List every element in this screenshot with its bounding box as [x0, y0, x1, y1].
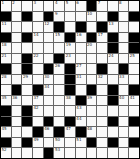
clue-number-29: 29	[23, 75, 28, 80]
cell-r11c1	[1, 106, 11, 116]
cell-r9c8[interactable]	[76, 85, 86, 95]
cell-r6c7[interactable]: 23	[65, 54, 75, 64]
cell-r5c6[interactable]	[54, 43, 64, 53]
cell-r8c6[interactable]	[54, 75, 64, 85]
clue-number-39: 39	[87, 96, 92, 101]
cell-r13c2[interactable]	[12, 127, 22, 137]
cell-r4c7	[65, 33, 75, 43]
clue-number-8: 8	[119, 1, 122, 6]
cell-r7c10	[97, 64, 107, 74]
cell-r15c11[interactable]	[108, 148, 118, 158]
cell-r10c2[interactable]: 36	[12, 96, 22, 106]
cell-r13c13[interactable]	[129, 127, 139, 137]
cell-r7c11[interactable]	[108, 64, 118, 74]
clue-number-52: 52	[2, 148, 7, 153]
cell-r6c10[interactable]	[97, 54, 107, 64]
cell-r15c5	[44, 148, 54, 158]
cell-r14c3	[22, 138, 32, 148]
cell-r11c8[interactable]: 43	[76, 106, 86, 116]
cell-r3c2[interactable]	[12, 22, 22, 32]
cell-r5c12[interactable]	[119, 43, 129, 53]
cell-r10c6[interactable]	[54, 96, 64, 106]
cell-r12c8[interactable]: 44	[76, 117, 86, 127]
cell-r1c4[interactable]: 3	[33, 1, 43, 11]
cell-r8c13[interactable]	[129, 75, 139, 85]
cell-r8c1[interactable]: 28	[1, 75, 11, 85]
cell-r8c2[interactable]	[12, 75, 22, 85]
cell-r12c5	[44, 117, 54, 127]
cell-r2c4[interactable]	[33, 12, 43, 22]
clue-number-40: 40	[119, 96, 124, 101]
cell-r5c1[interactable]: 18	[1, 43, 11, 53]
cell-r11c13[interactable]	[129, 106, 139, 116]
cell-r4c9	[87, 33, 97, 43]
cell-r3c10	[97, 22, 107, 32]
cell-r12c7	[65, 117, 75, 127]
cell-r10c4[interactable]: 37	[33, 96, 43, 106]
cell-r15c3[interactable]	[22, 148, 32, 158]
cell-r13c11[interactable]	[108, 127, 118, 137]
cell-r2c3	[22, 12, 32, 22]
cell-r6c8[interactable]	[76, 54, 86, 64]
cell-r15c10[interactable]	[97, 148, 107, 158]
cell-r10c3[interactable]	[22, 96, 32, 106]
clue-number-44: 44	[76, 117, 81, 122]
cell-r12c11	[108, 117, 118, 127]
cell-r9c11	[108, 85, 118, 95]
clue-number-47: 47	[66, 127, 71, 132]
cell-r9c9	[87, 85, 97, 95]
cell-r10c8	[76, 96, 86, 106]
clue-number-14: 14	[34, 33, 39, 38]
clue-number-48: 48	[87, 127, 92, 132]
clue-number-37: 37	[34, 96, 39, 101]
clue-number-50: 50	[55, 138, 60, 143]
cell-r5c3[interactable]	[22, 43, 32, 53]
cell-r6c6	[54, 54, 64, 64]
cell-r10c11	[108, 96, 118, 106]
cell-r7c13[interactable]	[129, 64, 139, 74]
cell-r14c1	[1, 138, 11, 148]
cell-r5c13	[129, 43, 139, 53]
cell-r8c8[interactable]: 31	[76, 75, 86, 85]
clue-number-36: 36	[12, 96, 17, 101]
clue-number-27: 27	[76, 64, 81, 69]
cell-r8c7	[65, 75, 75, 85]
cell-r15c9[interactable]	[87, 148, 97, 158]
cell-r9c5[interactable]: 34	[44, 85, 54, 95]
clue-number-49: 49	[34, 138, 39, 143]
cell-r4c2[interactable]	[12, 33, 22, 43]
clue-number-25: 25	[130, 54, 135, 59]
cell-r9c1[interactable]	[1, 85, 11, 95]
cell-r1c1[interactable]: 1	[1, 1, 11, 11]
cell-r5c4[interactable]	[33, 43, 43, 53]
cell-r7c1	[1, 64, 11, 74]
cell-r4c5[interactable]	[44, 33, 54, 43]
clue-number-26: 26	[55, 64, 60, 69]
cell-r12c4[interactable]	[33, 117, 43, 127]
clue-number-32: 32	[98, 75, 103, 80]
cell-r2c9[interactable]: 10	[87, 12, 97, 22]
cell-r13c4	[33, 127, 43, 137]
clue-number-7: 7	[98, 1, 101, 6]
clue-number-51: 51	[76, 138, 81, 143]
cell-r4c12[interactable]	[119, 33, 129, 43]
cell-r14c6[interactable]: 50	[54, 138, 64, 148]
cell-r9c10[interactable]	[97, 85, 107, 95]
cell-r2c1	[1, 12, 11, 22]
cell-r8c10[interactable]: 32	[97, 75, 107, 85]
cell-r14c7[interactable]	[65, 138, 75, 148]
cell-r7c6[interactable]: 26	[54, 64, 64, 74]
cell-r1c12[interactable]: 8	[119, 1, 129, 11]
cell-r14c8[interactable]: 51	[76, 138, 86, 148]
cell-r13c7[interactable]: 47	[65, 127, 75, 137]
cell-r12c10[interactable]	[97, 117, 107, 127]
cell-r1c2[interactable]: 2	[12, 1, 22, 11]
cell-r12c9[interactable]	[87, 117, 97, 127]
cell-r1c6[interactable]: 4	[54, 1, 64, 11]
cell-r8c9[interactable]	[87, 75, 97, 85]
cell-r13c1[interactable]: 45	[1, 127, 11, 137]
cell-r7c2[interactable]	[12, 64, 22, 74]
cell-r11c9[interactable]	[87, 106, 97, 116]
clue-number-13: 13	[108, 22, 113, 27]
cell-r4c6[interactable]: 15	[54, 33, 64, 43]
cell-r11c4[interactable]: 42	[33, 106, 43, 116]
clue-number-9: 9	[55, 12, 58, 17]
cell-r14c5[interactable]	[44, 138, 54, 148]
clue-number-6: 6	[76, 1, 79, 6]
cell-r9c12[interactable]	[119, 85, 129, 95]
cell-r14c13	[129, 138, 139, 148]
cell-r3c6	[54, 22, 64, 32]
cell-r4c4[interactable]: 14	[33, 33, 43, 43]
cell-r15c4[interactable]	[33, 148, 43, 158]
cell-r12c2[interactable]	[12, 117, 22, 127]
cell-r7c12	[119, 64, 129, 74]
cell-r2c8[interactable]	[76, 12, 86, 22]
cell-r4c8[interactable]: 16	[76, 33, 86, 43]
cell-r6c13[interactable]: 25	[129, 54, 139, 64]
cell-r10c12[interactable]: 40	[119, 96, 129, 106]
cell-r13c9[interactable]: 48	[87, 127, 97, 137]
clue-number-21: 21	[2, 54, 7, 59]
cell-r12c3	[22, 117, 32, 127]
clue-number-16: 16	[76, 33, 81, 38]
cell-r13c6	[54, 127, 64, 137]
cell-r14c12[interactable]	[119, 138, 129, 148]
cell-r13c8	[76, 127, 86, 137]
clue-number-20: 20	[87, 43, 92, 48]
clue-number-31: 31	[76, 75, 81, 80]
cell-r2c6[interactable]: 9	[54, 12, 64, 22]
cell-r10c9[interactable]: 39	[87, 96, 97, 106]
cell-r3c11[interactable]: 13	[108, 22, 118, 32]
clue-number-41: 41	[130, 96, 135, 101]
cell-r3c12[interactable]	[119, 22, 129, 32]
cell-r6c1[interactable]: 21	[1, 54, 11, 64]
cell-r3c3[interactable]	[22, 22, 32, 32]
cell-r4c13	[129, 33, 139, 43]
cell-r2c2[interactable]	[12, 12, 22, 22]
clue-number-5: 5	[66, 1, 69, 6]
cell-r1c13[interactable]	[129, 1, 139, 11]
cell-r2c7[interactable]	[65, 12, 75, 22]
cell-r13c12[interactable]	[119, 127, 129, 137]
cell-r7c3	[22, 64, 32, 74]
cell-r1c5[interactable]	[44, 1, 54, 11]
cell-r14c4[interactable]: 49	[33, 138, 43, 148]
cell-r6c2[interactable]	[12, 54, 22, 64]
cell-r10c5[interactable]	[44, 96, 54, 106]
cell-r3c5[interactable]: 12	[44, 22, 54, 32]
cell-r6c5[interactable]	[44, 54, 54, 64]
cell-r10c10[interactable]	[97, 96, 107, 106]
cell-r5c7[interactable]: 19	[65, 43, 75, 53]
cell-r3c13[interactable]	[129, 22, 139, 32]
cell-r8c4[interactable]	[33, 75, 43, 85]
cell-r15c13[interactable]	[129, 148, 139, 158]
cell-r4c3	[22, 33, 32, 43]
cell-r4c10[interactable]: 17	[97, 33, 107, 43]
cell-r1c7[interactable]: 5	[65, 1, 75, 11]
clue-number-11: 11	[2, 22, 7, 27]
cell-r1c10[interactable]: 7	[97, 1, 107, 11]
cell-r3c9[interactable]	[87, 22, 97, 32]
cell-r8c11[interactable]	[108, 75, 118, 85]
cell-r8c12[interactable]: 33	[119, 75, 129, 85]
cell-r15c12[interactable]	[119, 148, 129, 158]
cell-r1c8[interactable]: 6	[76, 1, 86, 11]
cell-r3c1[interactable]: 11	[1, 22, 11, 32]
cell-r5c5[interactable]	[44, 43, 54, 53]
cell-r6c11[interactable]: 24	[108, 54, 118, 64]
clue-number-34: 34	[44, 85, 49, 90]
cell-r12c13	[129, 117, 139, 127]
cell-r2c11	[108, 12, 118, 22]
cell-r6c9[interactable]	[87, 54, 97, 64]
cell-r3c7[interactable]	[65, 22, 75, 32]
cell-r14c9	[87, 138, 97, 148]
cell-r2c13	[129, 12, 139, 22]
cell-r6c3	[22, 54, 32, 64]
cell-r15c8[interactable]	[76, 148, 86, 158]
cell-r7c8[interactable]: 27	[76, 64, 86, 74]
cell-r11c7[interactable]	[65, 106, 75, 116]
cell-r9c13	[129, 85, 139, 95]
clue-number-10: 10	[87, 12, 92, 17]
cell-r8c3[interactable]: 29	[22, 75, 32, 85]
cell-r13c3[interactable]	[22, 127, 32, 137]
cell-r5c10[interactable]	[97, 43, 107, 53]
cell-r10c13[interactable]: 41	[129, 96, 139, 106]
cell-r15c2[interactable]	[12, 148, 22, 158]
cell-r1c11[interactable]	[108, 1, 118, 11]
clue-number-15: 15	[55, 33, 60, 38]
cell-r14c11	[108, 138, 118, 148]
cell-r11c11[interactable]	[108, 106, 118, 116]
cell-r10c1[interactable]: 35	[1, 96, 11, 106]
crossword-board: 1234567891011121314151617181920212223242…	[0, 0, 140, 159]
clue-number-38: 38	[66, 96, 71, 101]
cell-r5c9[interactable]: 20	[87, 43, 97, 53]
clue-number-2: 2	[12, 1, 15, 6]
cell-r15c6[interactable]: 53	[54, 148, 64, 158]
cell-r3c4[interactable]	[33, 22, 43, 32]
cell-r9c6[interactable]	[54, 85, 64, 95]
cell-r5c2[interactable]	[12, 43, 22, 53]
cell-r7c5	[44, 64, 54, 74]
clue-number-17: 17	[98, 33, 103, 38]
cell-r5c11	[108, 43, 118, 53]
clue-number-35: 35	[2, 96, 7, 101]
cell-r2c10[interactable]	[97, 12, 107, 22]
cell-r1c3[interactable]	[22, 1, 32, 11]
cell-r9c7	[65, 85, 75, 95]
cell-r11c6[interactable]	[54, 106, 64, 116]
clue-number-12: 12	[44, 22, 49, 27]
cell-r6c4[interactable]: 22	[33, 54, 43, 64]
clue-number-43: 43	[76, 106, 81, 111]
cell-r15c1[interactable]: 52	[1, 148, 11, 158]
cell-r2c5	[44, 12, 54, 22]
clue-number-33: 33	[119, 75, 124, 80]
clue-number-3: 3	[34, 1, 37, 6]
clue-number-30: 30	[44, 75, 49, 80]
clue-number-45: 45	[2, 127, 7, 132]
cell-r14c2[interactable]	[12, 138, 22, 148]
cell-r5c8[interactable]	[76, 43, 86, 53]
cell-r1c9	[87, 1, 97, 11]
cell-r2c12[interactable]	[119, 12, 129, 22]
clue-number-1: 1	[2, 1, 5, 6]
clue-number-23: 23	[66, 54, 71, 59]
cell-r15c7[interactable]	[65, 148, 75, 158]
clue-number-22: 22	[34, 54, 39, 59]
cell-r13c10[interactable]	[97, 127, 107, 137]
cell-r7c4[interactable]	[33, 64, 43, 74]
clue-number-4: 4	[55, 1, 58, 6]
cell-r7c9[interactable]	[87, 64, 97, 74]
cell-r9c2	[12, 85, 22, 95]
cell-r12c12[interactable]	[119, 117, 129, 127]
cell-r14c10[interactable]	[97, 138, 107, 148]
clue-number-28: 28	[2, 75, 7, 80]
cell-r13c5[interactable]: 46	[44, 127, 54, 137]
clue-number-19: 19	[66, 43, 71, 48]
cell-r11c2[interactable]	[12, 106, 22, 116]
clue-number-46: 46	[44, 127, 49, 132]
cell-r6c12[interactable]	[119, 54, 129, 64]
cell-r3c8	[76, 22, 86, 32]
cell-r4c11	[108, 33, 118, 43]
cell-r8c5[interactable]: 30	[44, 75, 54, 85]
clue-number-18: 18	[2, 43, 7, 48]
cell-r10c7[interactable]: 38	[65, 96, 75, 106]
cell-r11c12[interactable]	[119, 106, 129, 116]
cell-r7c7	[65, 64, 75, 74]
clue-number-42: 42	[34, 106, 39, 111]
cell-r9c4	[33, 85, 43, 95]
cell-r4c1	[1, 33, 11, 43]
cell-r12c1	[1, 117, 11, 127]
cell-r11c5[interactable]	[44, 106, 54, 116]
clue-number-24: 24	[108, 54, 113, 59]
cell-r11c3	[22, 106, 32, 116]
cell-r11c10[interactable]	[97, 106, 107, 116]
cell-r12c6[interactable]	[54, 117, 64, 127]
cell-r9c3[interactable]	[22, 85, 32, 95]
clue-number-53: 53	[55, 148, 60, 153]
